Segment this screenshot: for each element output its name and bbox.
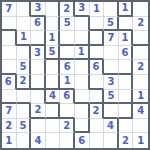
cell-r10c6[interactable]: 6 [75,133,90,148]
cell-r10c10[interactable]: 1 [133,133,148,148]
cell-r3c8[interactable]: 7 [104,31,119,46]
cell-r10c2[interactable] [17,133,32,148]
cell-r1c1[interactable]: 7 [2,2,17,17]
cell-r4c4[interactable]: 5 [46,46,61,61]
cell-r10c9[interactable]: 2 [119,133,134,148]
cell-r7c6[interactable] [75,90,90,105]
cell-r4c7[interactable] [90,46,105,61]
cell-r2c10[interactable]: 2 [133,17,148,32]
cell-r2c5[interactable]: 5 [60,17,75,32]
cell-r6c1[interactable]: 6 [2,75,17,90]
cell-r10c4[interactable] [46,133,61,148]
cell-r9c1[interactable]: 2 [2,119,17,134]
cell-r3c9[interactable]: 1 [119,31,134,46]
cell-r7c2[interactable] [17,90,32,105]
cell-r9c8[interactable]: 4 [104,119,119,134]
cell-r8c3[interactable]: 2 [31,104,46,119]
cell-r6c5[interactable]: 1 [60,75,75,90]
cell-r7c8[interactable]: 5 [104,90,119,105]
cell-r8c1[interactable]: 7 [2,104,17,119]
cell-r2c8[interactable]: 5 [104,17,119,32]
cell-r3c10[interactable] [133,31,148,46]
cell-r5c2[interactable]: 5 [17,60,32,75]
cell-r4c6[interactable]: 1 [75,46,90,61]
cell-r5c4[interactable] [46,60,61,75]
cell-r8c10[interactable]: 4 [133,104,148,119]
cell-r3c7[interactable] [90,31,105,46]
cell-r5c1[interactable] [2,60,17,75]
cell-r10c1[interactable]: 1 [2,133,17,148]
cell-r2c9[interactable] [119,17,134,32]
cell-r8c5[interactable] [60,104,75,119]
cell-r9c4[interactable] [46,119,61,134]
cell-r1c4[interactable] [46,2,61,17]
cell-r9c3[interactable] [31,119,46,134]
cell-r10c7[interactable] [90,133,105,148]
cell-r10c8[interactable] [104,133,119,148]
cell-r4c5[interactable] [60,46,75,61]
cell-r6c10[interactable] [133,75,148,90]
cell-r3c3[interactable] [31,31,46,46]
cell-r9c2[interactable]: 5 [17,119,32,134]
cell-r9c10[interactable] [133,119,148,134]
cell-r9c7[interactable] [90,119,105,134]
cell-r3c1[interactable] [2,31,17,46]
cell-r7c10[interactable]: 1 [133,90,148,105]
cell-r2c1[interactable] [2,17,17,32]
cell-r8c7[interactable]: 2 [90,104,105,119]
puzzle-grid: 7323116552117135165662621346517224252414… [0,0,150,150]
cell-r2c4[interactable] [46,17,61,32]
cell-r4c2[interactable] [17,46,32,61]
cell-r4c3[interactable]: 3 [31,46,46,61]
cell-r2c7[interactable] [90,17,105,32]
cell-r6c6[interactable] [75,75,90,90]
cell-r4c9[interactable]: 6 [119,46,134,61]
cell-r2c3[interactable]: 6 [31,17,46,32]
cell-r5c9[interactable] [119,60,134,75]
cell-r3c5[interactable] [60,31,75,46]
cell-r6c8[interactable]: 3 [104,75,119,90]
cell-r7c4[interactable]: 4 [46,90,61,105]
cell-r9c5[interactable]: 2 [60,119,75,134]
cell-r4c10[interactable] [133,46,148,61]
cell-r2c2[interactable] [17,17,32,32]
cell-r3c4[interactable]: 1 [46,31,61,46]
cell-r8c4[interactable] [46,104,61,119]
cell-r6c3[interactable] [31,75,46,90]
cell-r1c10[interactable] [133,2,148,17]
cell-r1c6[interactable]: 3 [75,2,90,17]
cell-r2c6[interactable] [75,17,90,32]
cell-r7c5[interactable]: 6 [60,90,75,105]
cell-r3c6[interactable] [75,31,90,46]
cell-r9c9[interactable] [119,119,134,134]
cell-r5c5[interactable]: 6 [60,60,75,75]
cell-r4c8[interactable] [104,46,119,61]
cell-r5c3[interactable] [31,60,46,75]
cell-r8c9[interactable] [119,104,134,119]
cell-r8c8[interactable] [104,104,119,119]
cell-r10c5[interactable] [60,133,75,148]
cell-r8c6[interactable] [75,104,90,119]
cell-r5c6[interactable] [75,60,90,75]
cell-r7c9[interactable] [119,90,134,105]
cell-r7c1[interactable] [2,90,17,105]
cell-r7c3[interactable] [31,90,46,105]
cell-r1c2[interactable] [17,2,32,17]
cell-r6c7[interactable] [90,75,105,90]
cell-r8c2[interactable] [17,104,32,119]
cell-r4c1[interactable] [2,46,17,61]
cell-r6c9[interactable] [119,75,134,90]
cell-r1c3[interactable]: 3 [31,2,46,17]
cell-r6c2[interactable]: 2 [17,75,32,90]
cell-r1c9[interactable]: 1 [119,2,134,17]
cell-r7c7[interactable] [90,90,105,105]
cell-r9c6[interactable] [75,119,90,134]
cell-r5c7[interactable]: 6 [90,60,105,75]
cell-r3c2[interactable]: 1 [17,31,32,46]
cell-r1c5[interactable]: 2 [60,2,75,17]
cell-r1c7[interactable]: 1 [90,2,105,17]
cell-r5c10[interactable]: 2 [133,60,148,75]
cell-r1c8[interactable] [104,2,119,17]
cell-r6c4[interactable] [46,75,61,90]
cell-r5c8[interactable] [104,60,119,75]
cell-r10c3[interactable]: 4 [31,133,46,148]
